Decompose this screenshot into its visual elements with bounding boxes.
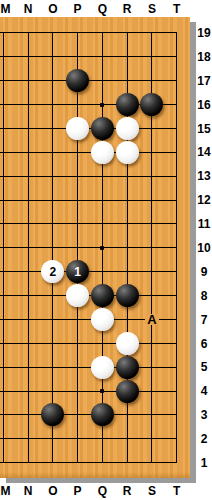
row-label-15: 15 [197, 123, 210, 135]
intersection-Q12[interactable] [90, 188, 115, 212]
intersection-R3[interactable] [115, 403, 140, 427]
row-label-6: 6 [201, 338, 208, 350]
intersection-Q3[interactable] [90, 403, 115, 427]
column-label-top-S: S [148, 3, 156, 15]
intersection-O4[interactable] [40, 379, 65, 403]
intersection-N4[interactable] [16, 379, 41, 403]
intersection-Q13[interactable] [90, 164, 115, 188]
intersection-O1[interactable] [40, 451, 65, 475]
intersection-S14[interactable] [140, 140, 165, 164]
black-stone-S16[interactable] [140, 93, 163, 116]
row-label-17: 17 [197, 75, 210, 87]
intersection-R4[interactable] [115, 379, 140, 403]
black-stone-R4[interactable] [116, 380, 139, 403]
intersection-S7[interactable]: A [140, 308, 165, 332]
intersection-T11[interactable] [164, 212, 189, 236]
white-stone-P8[interactable] [66, 284, 89, 307]
intersection-M16[interactable] [0, 93, 16, 117]
black-stone-P17[interactable] [66, 69, 89, 92]
intersection-T6[interactable] [164, 331, 189, 355]
intersection-M3[interactable] [0, 403, 16, 427]
intersection-O9[interactable]: 2 [40, 260, 65, 284]
intersection-N19[interactable] [16, 21, 41, 45]
row-label-8: 8 [201, 290, 208, 302]
black-stone-Q3[interactable] [91, 403, 114, 426]
intersection-R13[interactable] [115, 164, 140, 188]
intersection-R8[interactable] [115, 284, 140, 308]
intersection-N11[interactable] [16, 212, 41, 236]
intersection-M12[interactable] [0, 188, 16, 212]
intersection-R7[interactable] [115, 308, 140, 332]
column-label-bottom-P: P [74, 485, 82, 497]
intersection-R2[interactable] [115, 427, 140, 451]
intersection-Q14[interactable] [90, 140, 115, 164]
column-label-bottom-O: O [48, 485, 57, 497]
intersection-T17[interactable] [164, 69, 189, 93]
intersection-P12[interactable] [65, 188, 90, 212]
white-stone-Q7[interactable] [91, 308, 114, 331]
intersection-S18[interactable] [140, 45, 165, 69]
row-label-1: 1 [201, 457, 208, 469]
row-label-13: 13 [197, 170, 210, 182]
intersection-S6[interactable] [140, 331, 165, 355]
intersection-M7[interactable] [0, 308, 16, 332]
intersection-R5[interactable] [115, 355, 140, 379]
intersection-M18[interactable] [0, 45, 16, 69]
intersection-N13[interactable] [16, 164, 41, 188]
intersection-Q9[interactable] [90, 260, 115, 284]
intersection-S9[interactable] [140, 260, 165, 284]
intersection-O18[interactable] [40, 45, 65, 69]
black-stone-R5[interactable] [116, 356, 139, 379]
intersection-N17[interactable] [16, 69, 41, 93]
column-label-bottom-S: S [148, 485, 156, 497]
intersection-T16[interactable] [164, 93, 189, 117]
column-label-top-T: T [173, 3, 180, 15]
intersection-M17[interactable] [0, 69, 16, 93]
intersection-N6[interactable] [16, 331, 41, 355]
intersection-S12[interactable] [140, 188, 165, 212]
row-label-7: 7 [201, 314, 208, 326]
intersection-O2[interactable] [40, 427, 65, 451]
intersection-T4[interactable] [164, 379, 189, 403]
intersection-O16[interactable] [40, 93, 65, 117]
intersection-Q19[interactable] [90, 21, 115, 45]
column-label-top-Q: Q [98, 3, 107, 15]
intersection-O6[interactable] [40, 331, 65, 355]
intersection-S10[interactable] [140, 236, 165, 260]
intersection-O8[interactable] [40, 284, 65, 308]
intersection-M15[interactable] [0, 117, 16, 141]
intersection-T1[interactable] [164, 451, 189, 475]
intersection-P14[interactable] [65, 140, 90, 164]
black-stone-Q15[interactable] [91, 117, 114, 140]
black-stone-P9[interactable]: 1 [66, 260, 89, 283]
intersection-P19[interactable] [65, 21, 90, 45]
column-label-bottom-M: M [1, 485, 11, 497]
intersection-P5[interactable] [65, 355, 90, 379]
intersection-R17[interactable] [115, 69, 140, 93]
intersection-R1[interactable] [115, 451, 140, 475]
white-stone-R6[interactable] [116, 332, 139, 355]
intersection-O11[interactable] [40, 212, 65, 236]
intersection-P11[interactable] [65, 212, 90, 236]
row-label-4: 4 [201, 385, 208, 397]
intersection-N8[interactable] [16, 284, 41, 308]
intersection-S19[interactable] [140, 21, 165, 45]
intersection-R11[interactable] [115, 212, 140, 236]
intersection-S8[interactable] [140, 284, 165, 308]
intersection-P7[interactable] [65, 308, 90, 332]
white-stone-R15[interactable] [116, 117, 139, 140]
column-label-top-R: R [123, 3, 132, 15]
intersection-M1[interactable] [0, 451, 16, 475]
intersection-P2[interactable] [65, 427, 90, 451]
intersection-O12[interactable] [40, 188, 65, 212]
intersection-S1[interactable] [140, 451, 165, 475]
intersection-P4[interactable] [65, 379, 90, 403]
intersection-R6[interactable] [115, 331, 140, 355]
column-label-bottom-T: T [173, 485, 180, 497]
go-diagram: MNOPQRST 21A 191817161514131211109876543… [0, 0, 212, 500]
column-label-top-P: P [74, 3, 82, 15]
row-label-10: 10 [197, 242, 210, 254]
intersection-R16[interactable] [115, 93, 140, 117]
intersection-O7[interactable] [40, 308, 65, 332]
intersection-P16[interactable] [65, 93, 90, 117]
intersection-P13[interactable] [65, 164, 90, 188]
black-stone-R8[interactable] [116, 284, 139, 307]
intersection-O19[interactable] [40, 21, 65, 45]
row-label-9: 9 [201, 266, 208, 278]
intersection-S17[interactable] [140, 69, 165, 93]
intersection-R10[interactable] [115, 236, 140, 260]
intersection-S5[interactable] [140, 355, 165, 379]
intersection-R18[interactable] [115, 45, 140, 69]
intersection-N15[interactable] [16, 117, 41, 141]
star-point-Q10 [100, 246, 104, 250]
intersection-R12[interactable] [115, 188, 140, 212]
intersection-N1[interactable] [16, 451, 41, 475]
intersection-T12[interactable] [164, 188, 189, 212]
intersection-T5[interactable] [164, 355, 189, 379]
intersection-N16[interactable] [16, 93, 41, 117]
intersection-M5[interactable] [0, 355, 16, 379]
intersection-T14[interactable] [164, 140, 189, 164]
intersection-N2[interactable] [16, 427, 41, 451]
intersection-R14[interactable] [115, 140, 140, 164]
star-point-Q16 [100, 103, 104, 107]
row-label-12: 12 [197, 194, 210, 206]
intersection-Q11[interactable] [90, 212, 115, 236]
intersection-M13[interactable] [0, 164, 16, 188]
intersection-Q10[interactable] [90, 236, 115, 260]
intersection-P18[interactable] [65, 45, 90, 69]
intersection-N18[interactable] [16, 45, 41, 69]
intersection-N9[interactable] [16, 260, 41, 284]
intersection-O5[interactable] [40, 355, 65, 379]
intersection-P17[interactable] [65, 69, 90, 93]
intersection-O17[interactable] [40, 69, 65, 93]
intersection-Q8[interactable] [90, 284, 115, 308]
intersection-T10[interactable] [164, 236, 189, 260]
intersection-N14[interactable] [16, 140, 41, 164]
intersection-O3[interactable] [40, 403, 65, 427]
intersection-Q6[interactable] [90, 331, 115, 355]
intersection-S11[interactable] [140, 212, 165, 236]
intersection-O13[interactable] [40, 164, 65, 188]
intersection-S2[interactable] [140, 427, 165, 451]
letter-mark-S7[interactable]: A [145, 314, 158, 325]
intersection-M4[interactable] [0, 379, 16, 403]
intersection-S4[interactable] [140, 379, 165, 403]
intersection-R9[interactable] [115, 260, 140, 284]
intersection-M9[interactable] [0, 260, 16, 284]
intersection-N7[interactable] [16, 308, 41, 332]
column-label-bottom-R: R [123, 485, 132, 497]
intersection-Q17[interactable] [90, 69, 115, 93]
intersection-S15[interactable] [140, 117, 165, 141]
intersection-M2[interactable] [0, 427, 16, 451]
intersection-Q18[interactable] [90, 45, 115, 69]
intersection-T2[interactable] [164, 427, 189, 451]
intersection-Q15[interactable] [90, 117, 115, 141]
black-stone-R16[interactable] [116, 93, 139, 116]
white-stone-P15[interactable] [66, 117, 89, 140]
intersection-S13[interactable] [140, 164, 165, 188]
black-stone-Q8[interactable] [91, 284, 114, 307]
row-label-19: 19 [197, 27, 210, 39]
intersection-R19[interactable] [115, 21, 140, 45]
white-stone-Q14[interactable] [91, 141, 114, 164]
intersection-P8[interactable] [65, 284, 90, 308]
column-label-bottom-N: N [24, 485, 33, 497]
intersection-T18[interactable] [164, 45, 189, 69]
row-label-18: 18 [197, 51, 210, 63]
row-label-11: 11 [198, 218, 211, 230]
column-label-top-N: N [24, 3, 33, 15]
star-point-Q4 [100, 389, 104, 393]
intersection-M10[interactable] [0, 236, 16, 260]
column-label-top-M: M [1, 3, 11, 15]
intersection-P6[interactable] [65, 331, 90, 355]
intersection-T3[interactable] [164, 403, 189, 427]
go-board: 21A [0, 17, 190, 478]
intersection-T8[interactable] [164, 284, 189, 308]
intersection-O10[interactable] [40, 236, 65, 260]
white-stone-O9[interactable]: 2 [41, 260, 64, 283]
intersection-O14[interactable] [40, 140, 65, 164]
column-label-bottom-Q: Q [98, 485, 107, 497]
intersection-T13[interactable] [164, 164, 189, 188]
white-stone-Q5[interactable] [91, 356, 114, 379]
intersection-Q1[interactable] [90, 451, 115, 475]
column-label-top-O: O [48, 3, 57, 15]
black-stone-O3[interactable] [41, 403, 64, 426]
intersection-Q2[interactable] [90, 427, 115, 451]
intersection-Q7[interactable] [90, 308, 115, 332]
intersection-P3[interactable] [65, 403, 90, 427]
intersection-N5[interactable] [16, 355, 41, 379]
intersection-T15[interactable] [164, 117, 189, 141]
intersection-P15[interactable] [65, 117, 90, 141]
white-stone-R14[interactable] [116, 141, 139, 164]
intersection-Q16[interactable] [90, 93, 115, 117]
row-label-14: 14 [197, 146, 210, 158]
intersection-P1[interactable] [65, 451, 90, 475]
intersection-R15[interactable] [115, 117, 140, 141]
intersection-M8[interactable] [0, 284, 16, 308]
intersection-Q5[interactable] [90, 355, 115, 379]
intersection-M6[interactable] [0, 331, 16, 355]
intersection-Q4[interactable] [90, 379, 115, 403]
intersection-P10[interactable] [65, 236, 90, 260]
intersection-P9[interactable]: 1 [65, 260, 90, 284]
intersection-S3[interactable] [140, 403, 165, 427]
row-label-2: 2 [201, 433, 208, 445]
intersection-N10[interactable] [16, 236, 41, 260]
row-label-5: 5 [201, 361, 208, 373]
intersection-M11[interactable] [0, 212, 16, 236]
intersection-T19[interactable] [164, 21, 189, 45]
board-grid: 21A [0, 21, 189, 475]
row-label-16: 16 [197, 99, 210, 111]
intersection-O15[interactable] [40, 117, 65, 141]
intersection-N3[interactable] [16, 403, 41, 427]
intersection-T9[interactable] [164, 260, 189, 284]
intersection-N12[interactable] [16, 188, 41, 212]
intersection-T7[interactable] [164, 308, 189, 332]
intersection-M14[interactable] [0, 140, 16, 164]
intersection-M19[interactable] [0, 21, 16, 45]
intersection-S16[interactable] [140, 93, 165, 117]
row-label-3: 3 [201, 409, 208, 421]
